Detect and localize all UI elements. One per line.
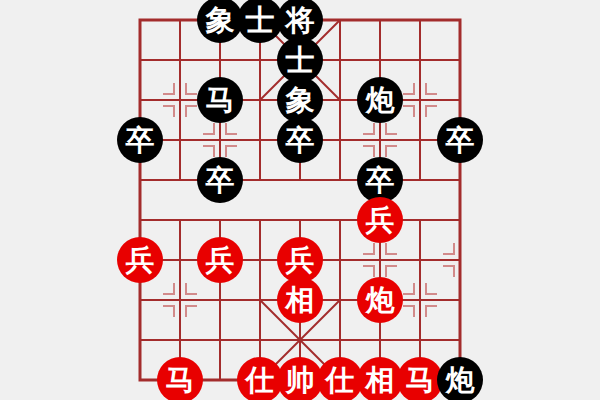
board-point: 卒: [280, 120, 320, 160]
board-grid: 象士将士马象炮卒卒卒卒卒兵兵兵兵相炮马仕帅仕相马炮: [120, 0, 480, 400]
board-point: 相: [280, 280, 320, 320]
board-point: 卒: [200, 160, 240, 200]
piece-black-soldier[interactable]: 卒: [437, 117, 483, 163]
board-point: 士: [240, 0, 280, 40]
board-point: 士: [280, 40, 320, 80]
piece-red-soldier[interactable]: 兵: [357, 197, 403, 243]
board-point: 卒: [440, 120, 480, 160]
piece-red-horse[interactable]: 马: [157, 357, 203, 400]
piece-red-soldier[interactable]: 兵: [197, 237, 243, 283]
piece-black-horse[interactable]: 马: [197, 77, 243, 123]
board-point: 象: [280, 80, 320, 120]
board-point: 帅: [280, 360, 320, 400]
piece-black-soldier[interactable]: 卒: [117, 117, 163, 163]
board-point: 将: [280, 0, 320, 40]
piece-black-soldier[interactable]: 卒: [277, 117, 323, 163]
board-point: 相: [360, 360, 400, 400]
board-point: 炮: [360, 280, 400, 320]
board-point: 兵: [200, 240, 240, 280]
board-point: 兵: [360, 200, 400, 240]
board-point: 炮: [440, 360, 480, 400]
piece-black-cannon[interactable]: 炮: [437, 357, 483, 400]
board-point: 兵: [120, 240, 160, 280]
board-point: 炮: [360, 80, 400, 120]
board-point: 仕: [240, 360, 280, 400]
piece-red-soldier[interactable]: 兵: [117, 237, 163, 283]
piece-black-cannon[interactable]: 炮: [357, 77, 403, 123]
board-point: 仕: [320, 360, 360, 400]
xiangqi-board: 象士将士马象炮卒卒卒卒卒兵兵兵兵相炮马仕帅仕相马炮: [0, 0, 600, 400]
board-point: 马: [160, 360, 200, 400]
piece-red-elephant[interactable]: 相: [277, 277, 323, 323]
piece-black-soldier[interactable]: 卒: [197, 157, 243, 203]
piece-red-cannon[interactable]: 炮: [357, 277, 403, 323]
board-point: 卒: [120, 120, 160, 160]
board-point: 马: [200, 80, 240, 120]
board-point: 兵: [280, 240, 320, 280]
board-point: 象: [200, 0, 240, 40]
board-point: 马: [400, 360, 440, 400]
board-point: 卒: [360, 160, 400, 200]
